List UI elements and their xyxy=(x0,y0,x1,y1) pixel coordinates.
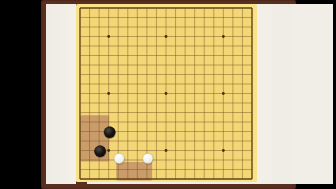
go-board[interactable] xyxy=(76,4,257,182)
star-point xyxy=(107,149,110,152)
star-point xyxy=(165,35,168,38)
white-stone-E3 xyxy=(114,153,124,163)
star-point xyxy=(222,149,225,152)
star-point xyxy=(107,35,110,38)
black-stone-C4 xyxy=(94,146,105,157)
star-point xyxy=(107,92,110,95)
star-point xyxy=(165,92,168,95)
star-point xyxy=(222,35,225,38)
left-panel xyxy=(46,4,76,184)
black-stone-D6 xyxy=(104,127,115,138)
letterbox xyxy=(0,0,336,189)
star-point xyxy=(165,149,168,152)
white-stone-H3 xyxy=(143,153,153,163)
star-point xyxy=(222,92,225,95)
right-panel xyxy=(256,4,292,184)
